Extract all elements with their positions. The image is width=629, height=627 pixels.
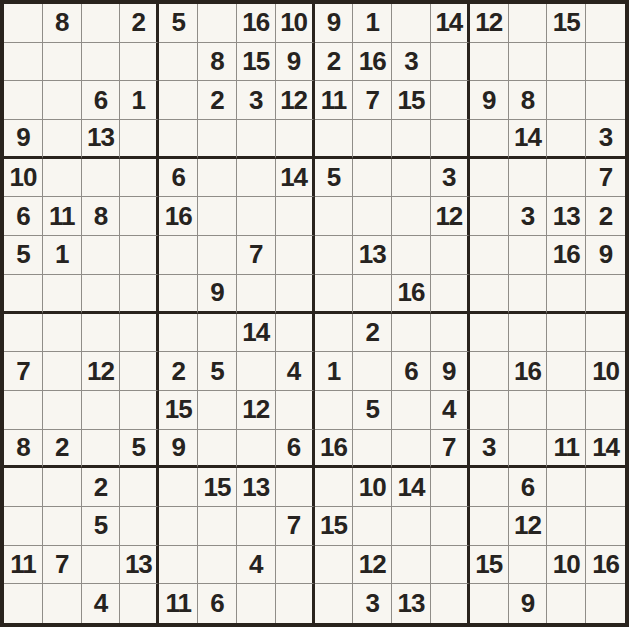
- cell-r9c6[interactable]: [198, 314, 237, 353]
- cell-r3c5[interactable]: [159, 81, 198, 120]
- cell-r6c5[interactable]: 16: [159, 197, 198, 236]
- cell-r2c15[interactable]: [547, 43, 586, 82]
- cell-r2c12[interactable]: [431, 43, 470, 82]
- cell-r10c11[interactable]: 6: [392, 352, 431, 391]
- cell-r11c11[interactable]: [392, 391, 431, 430]
- cell-r7c10[interactable]: 13: [353, 236, 392, 275]
- cell-r8c12[interactable]: [431, 275, 470, 314]
- cell-r4c2[interactable]: [43, 120, 82, 159]
- cell-r8c1[interactable]: [4, 275, 43, 314]
- cell-r15c14[interactable]: [509, 546, 548, 585]
- cell-r15c10[interactable]: 12: [353, 546, 392, 585]
- cell-r11c4[interactable]: [120, 391, 159, 430]
- cell-r9c10[interactable]: 2: [353, 314, 392, 353]
- cell-r8c11[interactable]: 16: [392, 275, 431, 314]
- cell-r14c9[interactable]: 15: [315, 507, 354, 546]
- cell-r13c13[interactable]: [470, 468, 509, 507]
- cell-r12c10[interactable]: [353, 430, 392, 469]
- cell-r16c6[interactable]: 6: [198, 584, 237, 623]
- cell-r6c14[interactable]: 3: [509, 197, 548, 236]
- cell-r1c14[interactable]: [509, 4, 548, 43]
- cell-r7c12[interactable]: [431, 236, 470, 275]
- cell-r2c14[interactable]: [509, 43, 548, 82]
- cell-r14c2[interactable]: [43, 507, 82, 546]
- cell-r4c4[interactable]: [120, 120, 159, 159]
- cell-r16c10[interactable]: 3: [353, 584, 392, 623]
- cell-r16c11[interactable]: 13: [392, 584, 431, 623]
- cell-r3c13[interactable]: 9: [470, 81, 509, 120]
- cell-r5c7[interactable]: [237, 159, 276, 198]
- cell-r6c12[interactable]: 12: [431, 197, 470, 236]
- cell-r8c16[interactable]: [586, 275, 625, 314]
- cell-r13c11[interactable]: 14: [392, 468, 431, 507]
- cell-r8c14[interactable]: [509, 275, 548, 314]
- cell-r10c14[interactable]: 16: [509, 352, 548, 391]
- cell-r1c8[interactable]: 10: [276, 4, 315, 43]
- cell-r8c5[interactable]: [159, 275, 198, 314]
- cell-r4c15[interactable]: [547, 120, 586, 159]
- cell-r14c5[interactable]: [159, 507, 198, 546]
- cell-r11c1[interactable]: [4, 391, 43, 430]
- cell-r8c3[interactable]: [82, 275, 121, 314]
- cell-r14c13[interactable]: [470, 507, 509, 546]
- cell-r6c13[interactable]: [470, 197, 509, 236]
- cell-r9c11[interactable]: [392, 314, 431, 353]
- cell-r10c5[interactable]: 2: [159, 352, 198, 391]
- cell-r3c4[interactable]: 1: [120, 81, 159, 120]
- cell-r4c8[interactable]: [276, 120, 315, 159]
- cell-r12c16[interactable]: 14: [586, 430, 625, 469]
- cell-r14c3[interactable]: 5: [82, 507, 121, 546]
- cell-r7c3[interactable]: [82, 236, 121, 275]
- cell-r10c8[interactable]: 4: [276, 352, 315, 391]
- cell-r3c14[interactable]: 8: [509, 81, 548, 120]
- cell-r6c11[interactable]: [392, 197, 431, 236]
- cell-r10c3[interactable]: 12: [82, 352, 121, 391]
- cell-r13c3[interactable]: 2: [82, 468, 121, 507]
- cell-r12c8[interactable]: 6: [276, 430, 315, 469]
- cell-r4c16[interactable]: 3: [586, 120, 625, 159]
- cell-r9c5[interactable]: [159, 314, 198, 353]
- cell-r2c4[interactable]: [120, 43, 159, 82]
- cell-r6c16[interactable]: 2: [586, 197, 625, 236]
- cell-r3c10[interactable]: 7: [353, 81, 392, 120]
- cell-r16c5[interactable]: 11: [159, 584, 198, 623]
- cell-r14c4[interactable]: [120, 507, 159, 546]
- cell-r5c1[interactable]: 10: [4, 159, 43, 198]
- cell-r5c15[interactable]: [547, 159, 586, 198]
- cell-r10c16[interactable]: 10: [586, 352, 625, 391]
- cell-r2c7[interactable]: 15: [237, 43, 276, 82]
- cell-r13c1[interactable]: [4, 468, 43, 507]
- cell-r7c4[interactable]: [120, 236, 159, 275]
- cell-r10c6[interactable]: 5: [198, 352, 237, 391]
- cell-r15c3[interactable]: [82, 546, 121, 585]
- cell-r5c16[interactable]: 7: [586, 159, 625, 198]
- cell-r12c13[interactable]: 3: [470, 430, 509, 469]
- cell-r13c10[interactable]: 10: [353, 468, 392, 507]
- cell-r2c13[interactable]: [470, 43, 509, 82]
- cell-r4c11[interactable]: [392, 120, 431, 159]
- cell-r15c13[interactable]: 15: [470, 546, 509, 585]
- cell-r10c12[interactable]: 9: [431, 352, 470, 391]
- cell-r4c12[interactable]: [431, 120, 470, 159]
- cell-r13c5[interactable]: [159, 468, 198, 507]
- cell-r1c13[interactable]: 12: [470, 4, 509, 43]
- cell-r6c4[interactable]: [120, 197, 159, 236]
- cell-r14c1[interactable]: [4, 507, 43, 546]
- cell-r15c15[interactable]: 10: [547, 546, 586, 585]
- cell-r9c12[interactable]: [431, 314, 470, 353]
- cell-r14c12[interactable]: [431, 507, 470, 546]
- cell-r13c14[interactable]: 6: [509, 468, 548, 507]
- cell-r6c3[interactable]: 8: [82, 197, 121, 236]
- cell-r10c7[interactable]: [237, 352, 276, 391]
- cell-r1c4[interactable]: 2: [120, 4, 159, 43]
- cell-r3c3[interactable]: 6: [82, 81, 121, 120]
- cell-r16c1[interactable]: [4, 584, 43, 623]
- cell-r3c8[interactable]: 12: [276, 81, 315, 120]
- cell-r1c6[interactable]: [198, 4, 237, 43]
- cell-r8c8[interactable]: [276, 275, 315, 314]
- cell-r11c12[interactable]: 4: [431, 391, 470, 430]
- cell-r12c4[interactable]: 5: [120, 430, 159, 469]
- cell-r12c3[interactable]: [82, 430, 121, 469]
- cell-r11c3[interactable]: [82, 391, 121, 430]
- cell-r6c9[interactable]: [315, 197, 354, 236]
- cell-r14c10[interactable]: [353, 507, 392, 546]
- cell-r9c15[interactable]: [547, 314, 586, 353]
- cell-r5c14[interactable]: [509, 159, 548, 198]
- cell-r1c3[interactable]: [82, 4, 121, 43]
- cell-r13c16[interactable]: [586, 468, 625, 507]
- cell-r5c4[interactable]: [120, 159, 159, 198]
- cell-r6c2[interactable]: 11: [43, 197, 82, 236]
- cell-r16c8[interactable]: [276, 584, 315, 623]
- cell-r12c14[interactable]: [509, 430, 548, 469]
- cell-r3c15[interactable]: [547, 81, 586, 120]
- cell-r15c8[interactable]: [276, 546, 315, 585]
- cell-r15c9[interactable]: [315, 546, 354, 585]
- cell-r5c5[interactable]: 6: [159, 159, 198, 198]
- cell-r7c6[interactable]: [198, 236, 237, 275]
- cell-r11c5[interactable]: 15: [159, 391, 198, 430]
- cell-r10c10[interactable]: [353, 352, 392, 391]
- cell-r14c6[interactable]: [198, 507, 237, 546]
- cell-r1c2[interactable]: 8: [43, 4, 82, 43]
- cell-r1c16[interactable]: [586, 4, 625, 43]
- cell-r3c2[interactable]: [43, 81, 82, 120]
- cell-r2c10[interactable]: 16: [353, 43, 392, 82]
- cell-r12c1[interactable]: 8: [4, 430, 43, 469]
- cell-r15c12[interactable]: [431, 546, 470, 585]
- cell-r5c3[interactable]: [82, 159, 121, 198]
- cell-r8c13[interactable]: [470, 275, 509, 314]
- cell-r11c10[interactable]: 5: [353, 391, 392, 430]
- cell-r12c12[interactable]: 7: [431, 430, 470, 469]
- cell-r4c6[interactable]: [198, 120, 237, 159]
- cell-r4c14[interactable]: 14: [509, 120, 548, 159]
- cell-r2c8[interactable]: 9: [276, 43, 315, 82]
- cell-r15c1[interactable]: 11: [4, 546, 43, 585]
- cell-r9c9[interactable]: [315, 314, 354, 353]
- cell-r15c5[interactable]: [159, 546, 198, 585]
- cell-r14c16[interactable]: [586, 507, 625, 546]
- cell-r16c16[interactable]: [586, 584, 625, 623]
- cell-r7c2[interactable]: 1: [43, 236, 82, 275]
- cell-r2c5[interactable]: [159, 43, 198, 82]
- cell-r16c15[interactable]: [547, 584, 586, 623]
- cell-r13c15[interactable]: [547, 468, 586, 507]
- cell-r6c7[interactable]: [237, 197, 276, 236]
- cell-r15c2[interactable]: 7: [43, 546, 82, 585]
- cell-r1c1[interactable]: [4, 4, 43, 43]
- cell-r16c7[interactable]: [237, 584, 276, 623]
- cell-r3c7[interactable]: 3: [237, 81, 276, 120]
- cell-r2c9[interactable]: 2: [315, 43, 354, 82]
- cell-r10c2[interactable]: [43, 352, 82, 391]
- cell-r2c11[interactable]: 3: [392, 43, 431, 82]
- cell-r4c10[interactable]: [353, 120, 392, 159]
- cell-r4c7[interactable]: [237, 120, 276, 159]
- cell-r5c13[interactable]: [470, 159, 509, 198]
- cell-r12c15[interactable]: 11: [547, 430, 586, 469]
- cell-r3c6[interactable]: 2: [198, 81, 237, 120]
- cell-r8c15[interactable]: [547, 275, 586, 314]
- cell-r5c10[interactable]: [353, 159, 392, 198]
- cell-r2c2[interactable]: [43, 43, 82, 82]
- cell-r6c8[interactable]: [276, 197, 315, 236]
- cell-r4c3[interactable]: 13: [82, 120, 121, 159]
- cell-r11c6[interactable]: [198, 391, 237, 430]
- cell-r7c11[interactable]: [392, 236, 431, 275]
- cell-r6c15[interactable]: 13: [547, 197, 586, 236]
- cell-r1c5[interactable]: 5: [159, 4, 198, 43]
- cell-r6c1[interactable]: 6: [4, 197, 43, 236]
- cell-r3c16[interactable]: [586, 81, 625, 120]
- cell-r13c9[interactable]: [315, 468, 354, 507]
- cell-r12c11[interactable]: [392, 430, 431, 469]
- cell-r9c13[interactable]: [470, 314, 509, 353]
- cell-r3c1[interactable]: [4, 81, 43, 120]
- cell-r5c12[interactable]: 3: [431, 159, 470, 198]
- cell-r9c8[interactable]: [276, 314, 315, 353]
- cell-r10c9[interactable]: 1: [315, 352, 354, 391]
- cell-r15c4[interactable]: 13: [120, 546, 159, 585]
- cell-r5c2[interactable]: [43, 159, 82, 198]
- cell-r6c6[interactable]: [198, 197, 237, 236]
- cell-r14c7[interactable]: [237, 507, 276, 546]
- cell-r1c12[interactable]: 14: [431, 4, 470, 43]
- cell-r9c1[interactable]: [4, 314, 43, 353]
- cell-r11c7[interactable]: 12: [237, 391, 276, 430]
- cell-r14c8[interactable]: 7: [276, 507, 315, 546]
- cell-r10c4[interactable]: [120, 352, 159, 391]
- cell-r13c4[interactable]: [120, 468, 159, 507]
- cell-r3c11[interactable]: 15: [392, 81, 431, 120]
- cell-r16c12[interactable]: [431, 584, 470, 623]
- cell-r16c2[interactable]: [43, 584, 82, 623]
- cell-r6c10[interactable]: [353, 197, 392, 236]
- cell-r10c15[interactable]: [547, 352, 586, 391]
- cell-r15c7[interactable]: 4: [237, 546, 276, 585]
- cell-r7c8[interactable]: [276, 236, 315, 275]
- cell-r10c1[interactable]: 7: [4, 352, 43, 391]
- cell-r1c10[interactable]: 1: [353, 4, 392, 43]
- cell-r9c14[interactable]: [509, 314, 548, 353]
- cell-r10c13[interactable]: [470, 352, 509, 391]
- cell-r7c15[interactable]: 16: [547, 236, 586, 275]
- cell-r11c9[interactable]: [315, 391, 354, 430]
- cell-r12c9[interactable]: 16: [315, 430, 354, 469]
- cell-r2c3[interactable]: [82, 43, 121, 82]
- cell-r15c16[interactable]: 16: [586, 546, 625, 585]
- cell-r3c12[interactable]: [431, 81, 470, 120]
- cell-r13c12[interactable]: [431, 468, 470, 507]
- cell-r8c10[interactable]: [353, 275, 392, 314]
- cell-r1c9[interactable]: 9: [315, 4, 354, 43]
- cell-r1c15[interactable]: 15: [547, 4, 586, 43]
- cell-r16c3[interactable]: 4: [82, 584, 121, 623]
- cell-r13c8[interactable]: [276, 468, 315, 507]
- cell-r14c15[interactable]: [547, 507, 586, 546]
- cell-r9c16[interactable]: [586, 314, 625, 353]
- cell-r4c13[interactable]: [470, 120, 509, 159]
- cell-r12c7[interactable]: [237, 430, 276, 469]
- cell-r13c7[interactable]: 13: [237, 468, 276, 507]
- cell-r1c11[interactable]: [392, 4, 431, 43]
- cell-r14c11[interactable]: [392, 507, 431, 546]
- cell-r5c11[interactable]: [392, 159, 431, 198]
- cell-r13c6[interactable]: 15: [198, 468, 237, 507]
- cell-r7c7[interactable]: 7: [237, 236, 276, 275]
- cell-r15c11[interactable]: [392, 546, 431, 585]
- cell-r8c2[interactable]: [43, 275, 82, 314]
- cell-r12c6[interactable]: [198, 430, 237, 469]
- cell-r8c6[interactable]: 9: [198, 275, 237, 314]
- cell-r5c8[interactable]: 14: [276, 159, 315, 198]
- cell-r16c4[interactable]: [120, 584, 159, 623]
- cell-r4c5[interactable]: [159, 120, 198, 159]
- cell-r12c5[interactable]: 9: [159, 430, 198, 469]
- cell-r7c5[interactable]: [159, 236, 198, 275]
- cell-r9c2[interactable]: [43, 314, 82, 353]
- cell-r7c16[interactable]: 9: [586, 236, 625, 275]
- cell-r15c6[interactable]: [198, 546, 237, 585]
- cell-r5c6[interactable]: [198, 159, 237, 198]
- cell-r7c13[interactable]: [470, 236, 509, 275]
- cell-r5c9[interactable]: 5: [315, 159, 354, 198]
- cell-r9c3[interactable]: [82, 314, 121, 353]
- cell-r11c13[interactable]: [470, 391, 509, 430]
- cell-r8c9[interactable]: [315, 275, 354, 314]
- sudoku-board: 8251610911412158159216361231211715989131…: [0, 0, 629, 627]
- cell-r7c1[interactable]: 5: [4, 236, 43, 275]
- cell-r11c14[interactable]: [509, 391, 548, 430]
- cell-r9c4[interactable]: [120, 314, 159, 353]
- cell-r8c7[interactable]: [237, 275, 276, 314]
- cell-r13c2[interactable]: [43, 468, 82, 507]
- cell-r14c14[interactable]: 12: [509, 507, 548, 546]
- cell-r2c1[interactable]: [4, 43, 43, 82]
- cell-r7c9[interactable]: [315, 236, 354, 275]
- cell-r12c2[interactable]: 2: [43, 430, 82, 469]
- cell-r7c14[interactable]: [509, 236, 548, 275]
- cell-r3c9[interactable]: 11: [315, 81, 354, 120]
- cell-r11c8[interactable]: [276, 391, 315, 430]
- cell-r2c16[interactable]: [586, 43, 625, 82]
- cell-r4c1[interactable]: 9: [4, 120, 43, 159]
- cell-r16c9[interactable]: [315, 584, 354, 623]
- cell-r11c16[interactable]: [586, 391, 625, 430]
- cell-r11c2[interactable]: [43, 391, 82, 430]
- cell-r8c4[interactable]: [120, 275, 159, 314]
- cell-r2c6[interactable]: 8: [198, 43, 237, 82]
- cell-r4c9[interactable]: [315, 120, 354, 159]
- cell-r1c7[interactable]: 16: [237, 4, 276, 43]
- cell-r16c14[interactable]: 9: [509, 584, 548, 623]
- cell-r9c7[interactable]: 14: [237, 314, 276, 353]
- cell-r11c15[interactable]: [547, 391, 586, 430]
- cell-r16c13[interactable]: [470, 584, 509, 623]
